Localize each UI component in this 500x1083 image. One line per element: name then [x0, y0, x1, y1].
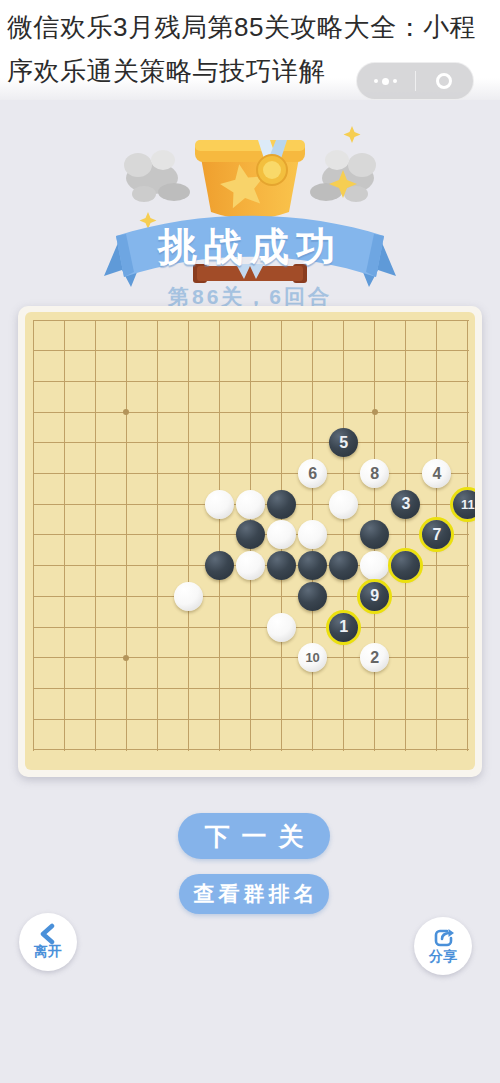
group-rank-button[interactable]: 查看群排名: [179, 874, 329, 914]
stone-white: [267, 520, 296, 549]
grid-line-h: [33, 442, 469, 443]
stone-white: [236, 490, 265, 519]
stone-white-8: 8: [360, 459, 389, 488]
stone-black: [205, 551, 234, 580]
board-surface[interactable]: 5684311791102: [25, 312, 475, 770]
close-button[interactable]: [416, 63, 474, 99]
grid-line-v: [405, 320, 406, 751]
star-point: [123, 655, 129, 661]
wechat-capsule[interactable]: [356, 62, 474, 100]
stone-white: [298, 520, 327, 549]
back-chevron-icon: [38, 923, 58, 945]
move-number: 7: [432, 526, 441, 544]
grid-line-h: [33, 749, 469, 750]
ribbon-banner: 挑战成功: [100, 206, 400, 294]
stone-black: [267, 551, 296, 580]
stone-black-9: 9: [360, 582, 389, 611]
grid-line-h: [33, 350, 469, 351]
grid-line-v: [95, 320, 96, 751]
stone-white: [329, 490, 358, 519]
stone-white-2: 2: [360, 643, 389, 672]
stone-white: [236, 551, 265, 580]
move-number: 11: [461, 497, 475, 512]
grid-line-v: [343, 320, 344, 751]
stone-white: [267, 613, 296, 642]
stone-white: [174, 582, 203, 611]
grid-line-h: [33, 719, 469, 720]
star-point: [372, 409, 378, 415]
leave-button[interactable]: 离开: [19, 913, 77, 971]
stone-black-1: 1: [329, 613, 358, 642]
stone-black: [391, 551, 420, 580]
banner-title: 挑战成功: [100, 220, 400, 274]
share-icon: [431, 926, 455, 950]
stone-black: [329, 551, 358, 580]
share-label: 分享: [429, 948, 457, 966]
grid-line-h: [33, 473, 469, 474]
star-point: [123, 409, 129, 415]
stone-black-5: 5: [329, 428, 358, 457]
stone-white-10: 10: [298, 643, 327, 672]
stone-white-6: 6: [298, 459, 327, 488]
move-number: 5: [339, 434, 348, 452]
next-level-button[interactable]: 下一关: [178, 813, 330, 859]
grid-line-v: [64, 320, 65, 751]
more-button[interactable]: [357, 63, 415, 99]
stone-black: [360, 520, 389, 549]
stone-black: [298, 582, 327, 611]
grid-line-h: [33, 627, 469, 628]
stone-black-11: 11: [453, 490, 475, 519]
stone-black-3: 3: [391, 490, 420, 519]
grid-line-h: [33, 688, 469, 689]
leave-label: 离开: [34, 943, 62, 961]
grid-line-h: [33, 320, 469, 321]
stone-black: [236, 520, 265, 549]
more-dots-icon: [374, 78, 397, 85]
grid-line-h: [33, 412, 469, 413]
stone-black: [298, 551, 327, 580]
grid-line-v: [219, 320, 220, 751]
move-number: 8: [370, 465, 379, 483]
move-number: 6: [308, 465, 317, 483]
grid-line-h: [33, 596, 469, 597]
grid-line-h: [33, 657, 469, 658]
stone-black: [267, 490, 296, 519]
stone-white: [360, 551, 389, 580]
grid-line-v: [467, 320, 468, 751]
grid-line-v: [126, 320, 127, 751]
mini-program-page: 微信欢乐3月残局第85关攻略大全：小程序欢乐通关策略与技巧详解: [0, 0, 500, 1083]
grid-line-v: [188, 320, 189, 751]
share-button[interactable]: 分享: [414, 917, 472, 975]
move-number: 4: [432, 465, 441, 483]
stone-white-4: 4: [422, 459, 451, 488]
move-number: 1: [339, 618, 348, 636]
move-number: 9: [370, 587, 379, 605]
grid-line-v: [33, 320, 34, 751]
move-number: 3: [401, 495, 410, 513]
move-number: 10: [305, 650, 319, 665]
move-number: 2: [370, 649, 379, 667]
board-frame: 5684311791102: [18, 306, 482, 777]
grid-line-v: [157, 320, 158, 751]
stone-white: [205, 490, 234, 519]
stone-black-7: 7: [422, 520, 451, 549]
target-circle-icon: [436, 73, 452, 89]
grid-line-h: [33, 381, 469, 382]
